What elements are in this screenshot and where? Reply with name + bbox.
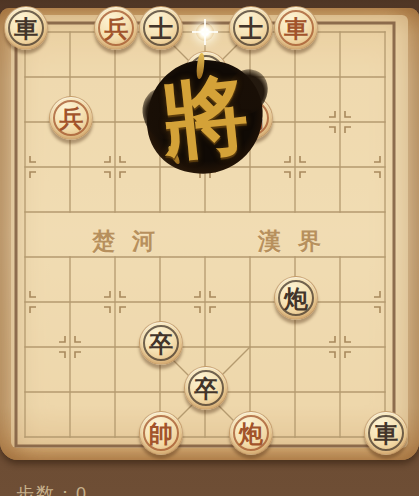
piece-black-soldier-2[interactable]: 卒 (184, 366, 228, 410)
piece-red-horse[interactable]: 馬 (229, 96, 273, 140)
piece-glyph: 卒 (185, 367, 227, 409)
piece-glyph: 卒 (140, 322, 182, 364)
move-count-value: 0 (76, 484, 88, 496)
piece-black-advisor-left[interactable]: 士 (139, 6, 183, 50)
piece-red-chariot[interactable]: 車 (274, 6, 318, 50)
piece-glyph: 将 (185, 52, 227, 94)
status-bar: 步数：0 (16, 482, 88, 496)
piece-black-advisor-right[interactable]: 士 (229, 6, 273, 50)
piece-black-cannon[interactable]: 炮 (274, 276, 318, 320)
piece-glyph: 炮 (275, 277, 317, 319)
piece-glyph: 炮 (230, 412, 272, 454)
piece-glyph: 兵 (50, 97, 92, 139)
piece-black-soldier-1[interactable]: 卒 (139, 321, 183, 365)
piece-red-general[interactable]: 帥 (139, 411, 183, 455)
piece-black-chariot-left[interactable]: 車 (4, 6, 48, 50)
move-count-separator: ： (56, 484, 76, 496)
piece-black-chariot-right[interactable]: 車 (364, 411, 408, 455)
piece-red-soldier-2[interactable]: 兵 (49, 96, 93, 140)
piece-glyph: 帥 (140, 412, 182, 454)
piece-glyph: 兵 (95, 7, 137, 49)
piece-red-cannon[interactable]: 炮 (229, 411, 273, 455)
piece-glyph: 車 (365, 412, 407, 454)
piece-glyph: 馬 (230, 97, 272, 139)
piece-glyph: 車 (275, 7, 317, 49)
piece-glyph: 士 (230, 7, 272, 49)
move-count-label: 步数 (16, 484, 56, 496)
piece-red-soldier-back[interactable]: 兵 (94, 6, 138, 50)
piece-black-general[interactable]: 将 (184, 51, 228, 95)
piece-glyph: 車 (5, 7, 47, 49)
piece-glyph: 士 (140, 7, 182, 49)
